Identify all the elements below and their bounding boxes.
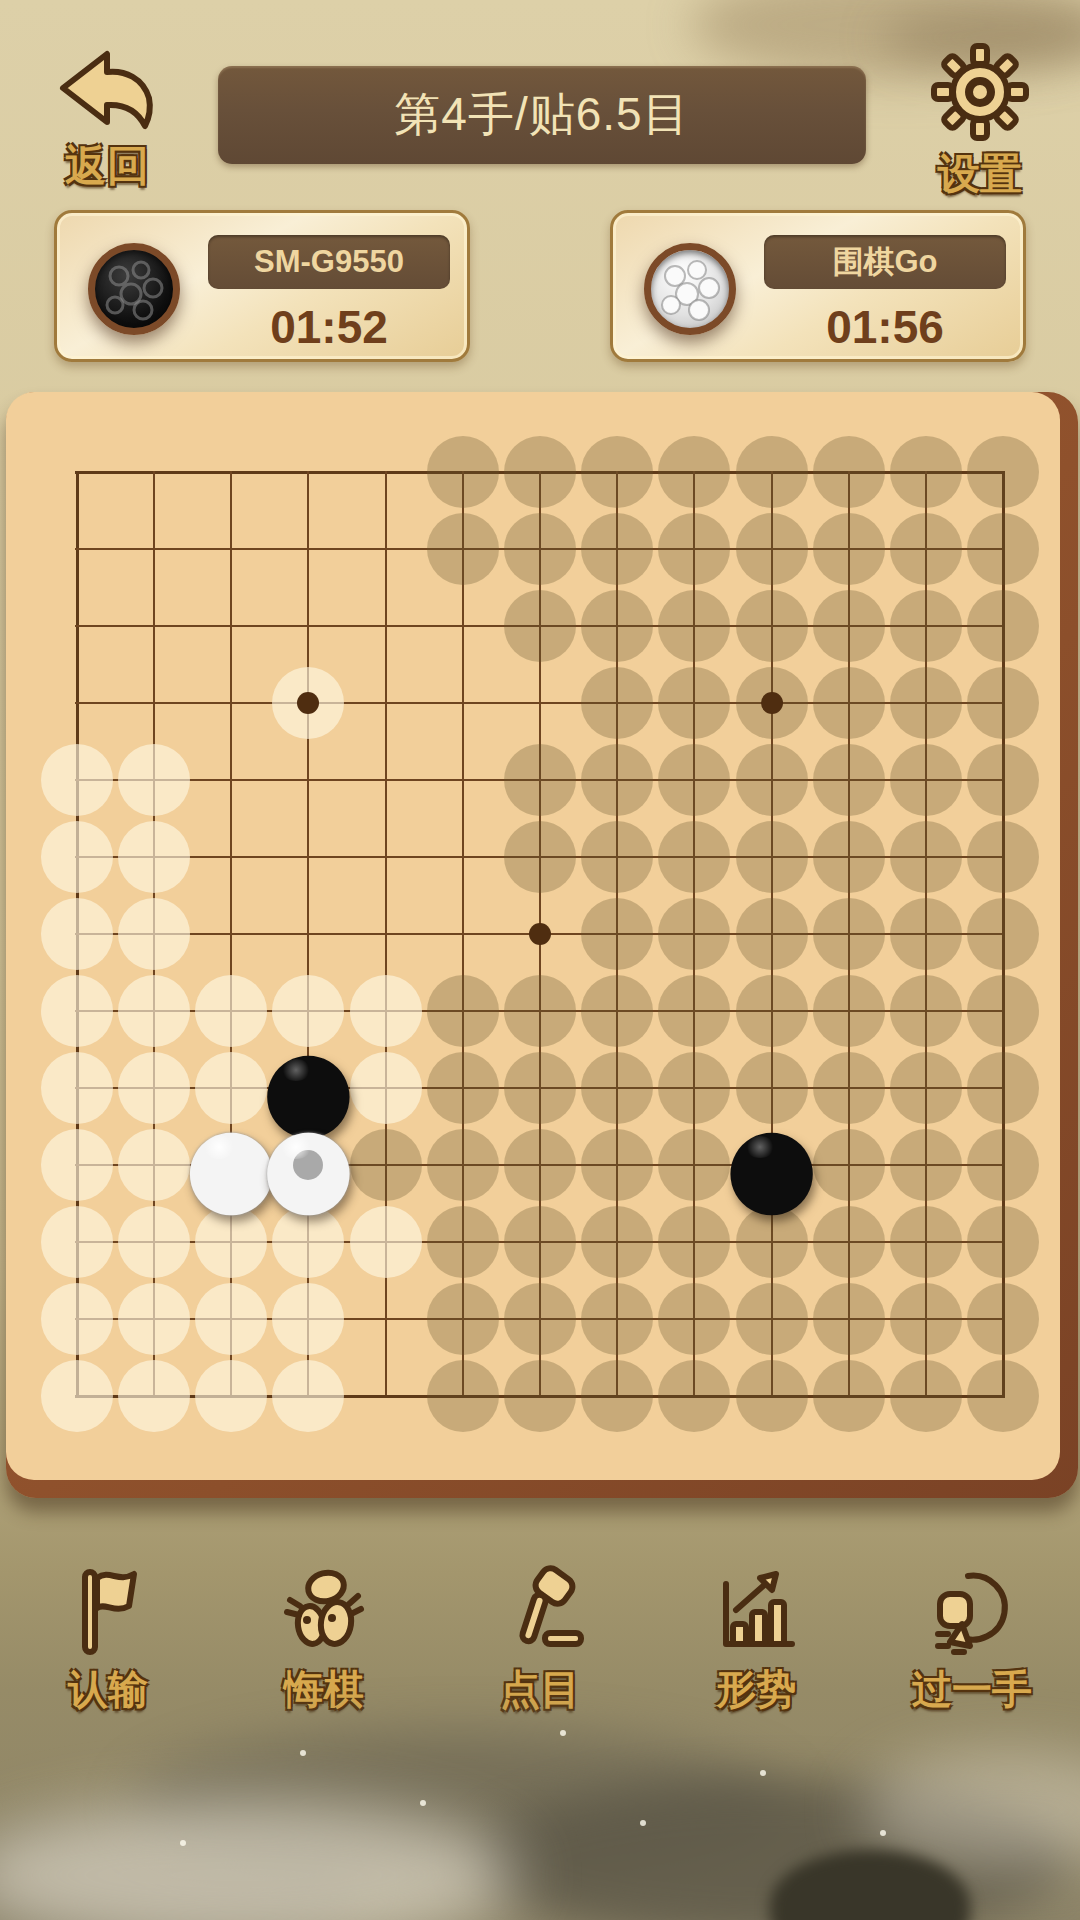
black-influence-marker <box>736 821 808 893</box>
black-influence-marker <box>658 1129 730 1201</box>
black-influence-marker <box>736 590 808 662</box>
player-card-black: SM-G9550 01:52 <box>54 210 470 362</box>
black-influence-marker <box>581 1360 653 1432</box>
white-influence-marker <box>41 821 113 893</box>
white-influence-marker <box>118 821 190 893</box>
black-influence-marker <box>967 436 1039 508</box>
black-influence-marker <box>890 667 962 739</box>
black-influence-marker <box>581 667 653 739</box>
black-influence-marker <box>427 1052 499 1124</box>
black-influence-marker <box>504 1283 576 1355</box>
black-influence-marker <box>427 436 499 508</box>
black-influence-marker <box>581 590 653 662</box>
last-move-marker <box>293 1150 323 1180</box>
black-influence-marker <box>813 1052 885 1124</box>
black-influence-marker <box>890 744 962 816</box>
white-influence-marker <box>41 1206 113 1278</box>
black-influence-marker <box>967 1360 1039 1432</box>
black-player-name: SM-G9550 <box>254 244 404 280</box>
black-influence-marker <box>890 1206 962 1278</box>
star-point <box>529 923 551 945</box>
black-influence-marker <box>658 975 730 1047</box>
black-influence-marker <box>581 898 653 970</box>
white-influence-marker <box>41 1129 113 1201</box>
black-influence-marker <box>967 821 1039 893</box>
black-influence-marker <box>658 667 730 739</box>
white-influence-marker <box>118 1360 190 1432</box>
black-influence-marker <box>967 1206 1039 1278</box>
white-influence-marker <box>118 975 190 1047</box>
gear-icon <box>930 42 1030 142</box>
black-influence-marker <box>581 436 653 508</box>
white-influence-marker <box>41 898 113 970</box>
white-influence-marker <box>41 1360 113 1432</box>
stones-icon <box>274 1560 374 1660</box>
black-influence-marker <box>967 1129 1039 1201</box>
black-influence-marker <box>890 1129 962 1201</box>
black-influence-marker <box>813 975 885 1047</box>
player-card-white: 围棋Go 01:56 <box>610 210 1026 362</box>
black-influence-marker <box>890 436 962 508</box>
black-influence-marker <box>658 1360 730 1432</box>
white-influence-marker <box>195 1283 267 1355</box>
white-influence-marker <box>41 1283 113 1355</box>
black-influence-marker <box>504 1360 576 1432</box>
black-influence-marker <box>504 821 576 893</box>
black-influence-marker <box>658 436 730 508</box>
black-influence-marker <box>813 1283 885 1355</box>
black-influence-marker <box>504 590 576 662</box>
black-influence-marker <box>427 513 499 585</box>
black-influence-marker <box>427 1206 499 1278</box>
black-influence-marker <box>427 1129 499 1201</box>
black-stone-bowl-avatar <box>88 243 180 335</box>
black-influence-marker <box>890 975 962 1047</box>
white-influence-marker <box>118 1052 190 1124</box>
go-board[interactable]: ●●●● <box>6 392 1060 1480</box>
settings-button[interactable]: 设置 <box>920 42 1040 188</box>
white-influence-marker <box>41 975 113 1047</box>
black-influence-marker <box>658 744 730 816</box>
black-influence-marker <box>350 1129 422 1201</box>
black-influence-marker <box>658 1206 730 1278</box>
black-influence-marker <box>736 1283 808 1355</box>
white-player-name: 围棋Go <box>832 241 937 283</box>
black-influence-marker <box>813 1206 885 1278</box>
black-influence-marker <box>504 975 576 1047</box>
black-influence-marker <box>736 898 808 970</box>
white-influence-marker <box>272 1360 344 1432</box>
star-point <box>761 692 783 714</box>
go-app-screen: 返回 第4手/贴6.5目 设置 <box>0 0 1080 1920</box>
black-influence-marker <box>967 975 1039 1047</box>
black-influence-marker <box>504 744 576 816</box>
white-stone-C4: ● <box>194 1128 268 1202</box>
gavel-icon <box>490 1560 590 1660</box>
black-influence-marker <box>581 975 653 1047</box>
ink-painting-decoration <box>0 1690 1080 1920</box>
white-influence-marker <box>350 1206 422 1278</box>
black-influence-marker <box>658 821 730 893</box>
black-influence-marker <box>890 1052 962 1124</box>
black-stone-K4: ● <box>735 1128 809 1202</box>
black-influence-marker <box>967 590 1039 662</box>
black-influence-marker <box>581 821 653 893</box>
black-influence-marker <box>581 1206 653 1278</box>
black-influence-marker <box>967 513 1039 585</box>
black-influence-marker <box>967 1052 1039 1124</box>
black-influence-marker <box>658 513 730 585</box>
black-influence-marker <box>813 821 885 893</box>
title-plaque: 第4手/贴6.5目 <box>218 66 866 164</box>
black-influence-marker <box>427 975 499 1047</box>
white-influence-marker <box>195 1360 267 1432</box>
black-influence-marker <box>658 898 730 970</box>
black-influence-marker <box>427 1360 499 1432</box>
black-influence-marker <box>658 1052 730 1124</box>
black-influence-marker <box>581 1129 653 1201</box>
black-influence-marker <box>890 1360 962 1432</box>
black-influence-marker <box>504 1206 576 1278</box>
black-influence-marker <box>736 975 808 1047</box>
white-influence-marker <box>350 975 422 1047</box>
black-influence-marker <box>581 513 653 585</box>
chart-icon <box>706 1560 806 1660</box>
white-player-timer: 01:56 <box>764 297 1006 357</box>
white-influence-marker <box>272 1283 344 1355</box>
white-influence-marker <box>195 975 267 1047</box>
black-influence-marker <box>813 744 885 816</box>
back-button[interactable]: 返回 <box>52 48 162 188</box>
black-player-timer: 01:52 <box>208 297 450 357</box>
black-influence-marker <box>813 436 885 508</box>
white-stone-bowl-avatar <box>644 243 736 335</box>
black-influence-marker <box>813 667 885 739</box>
white-influence-marker <box>118 744 190 816</box>
white-influence-marker <box>118 1283 190 1355</box>
black-influence-marker <box>813 898 885 970</box>
black-influence-marker <box>813 590 885 662</box>
black-influence-marker <box>504 1052 576 1124</box>
black-influence-marker <box>581 1052 653 1124</box>
black-influence-marker <box>890 513 962 585</box>
white-influence-marker <box>118 1129 190 1201</box>
black-influence-marker <box>890 590 962 662</box>
white-stone-D4: ● <box>271 1128 345 1202</box>
white-influence-marker <box>118 1206 190 1278</box>
black-influence-marker <box>967 667 1039 739</box>
black-influence-marker <box>504 436 576 508</box>
settings-label: 设置 <box>920 146 1040 202</box>
star-point <box>297 692 319 714</box>
pass-arrow-icon <box>922 1560 1022 1660</box>
black-influence-marker <box>813 1129 885 1201</box>
black-influence-marker <box>581 1283 653 1355</box>
black-influence-marker <box>504 513 576 585</box>
black-influence-marker <box>427 1283 499 1355</box>
black-influence-marker <box>736 513 808 585</box>
white-influence-marker <box>41 744 113 816</box>
black-influence-marker <box>967 744 1039 816</box>
black-influence-marker <box>736 1360 808 1432</box>
black-influence-marker <box>658 590 730 662</box>
black-influence-marker <box>504 1129 576 1201</box>
black-influence-marker <box>890 1283 962 1355</box>
black-influence-marker <box>890 898 962 970</box>
back-arrow-icon <box>55 48 159 132</box>
black-influence-marker <box>658 1283 730 1355</box>
player-nameplate: SM-G9550 <box>208 235 450 289</box>
back-label: 返回 <box>52 138 162 194</box>
black-influence-marker <box>813 1360 885 1432</box>
black-influence-marker <box>967 898 1039 970</box>
white-influence-marker <box>350 1052 422 1124</box>
black-influence-marker <box>813 513 885 585</box>
black-influence-marker <box>736 436 808 508</box>
player-nameplate: 围棋Go <box>764 235 1006 289</box>
black-influence-marker <box>890 821 962 893</box>
white-influence-marker <box>118 898 190 970</box>
black-influence-marker <box>967 1283 1039 1355</box>
flag-icon <box>58 1560 158 1660</box>
black-influence-marker <box>581 744 653 816</box>
game-status-title: 第4手/贴6.5目 <box>394 84 689 146</box>
black-influence-marker <box>736 744 808 816</box>
white-influence-marker <box>41 1052 113 1124</box>
